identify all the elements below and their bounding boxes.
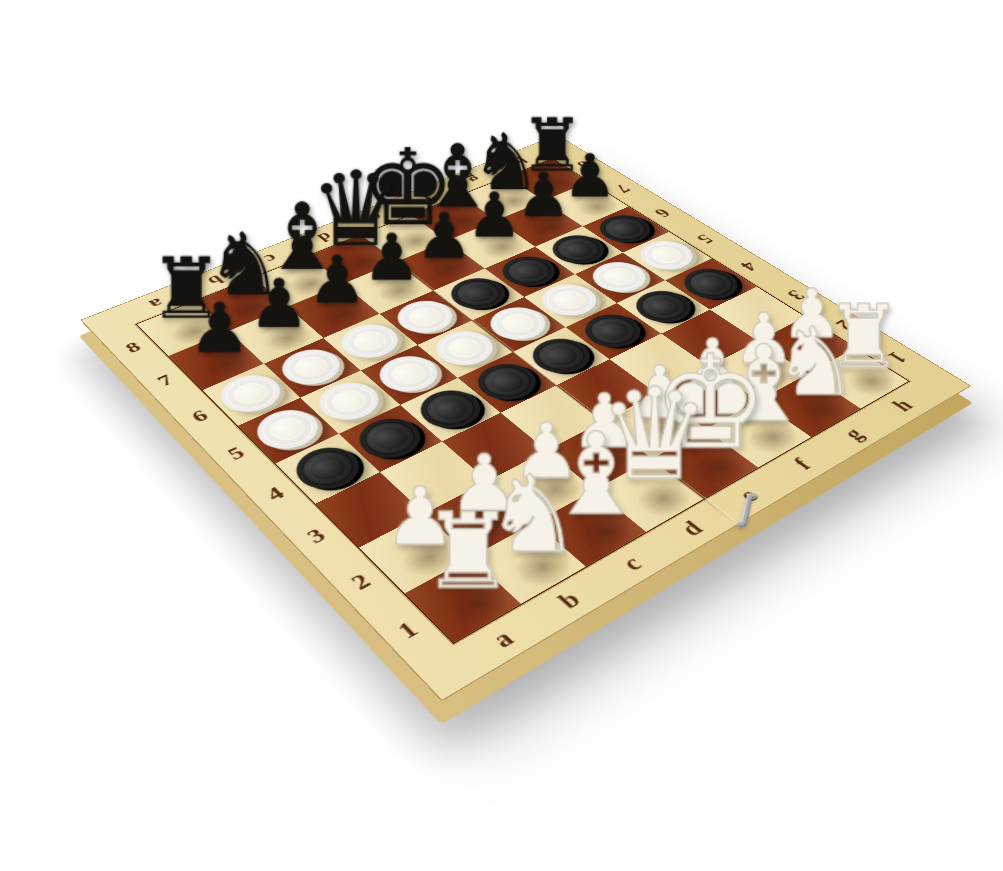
black-pawn-a7[interactable]: ♟ [164, 294, 275, 363]
board-tilt-wrapper: abcdefgh abcdefgh 87654321 87654321 ♜♞♝♛… [80, 135, 971, 702]
board-field: ♜♞♝♛♚♝♞♜♟♟♟♟♟♟♟♟♟♟♟♟♟♟♟♟♜♞♝♛♚♝♞♜ [135, 158, 910, 644]
black-checker-e4[interactable] [521, 332, 600, 380]
white-rook-a1[interactable]: ♜ [401, 499, 535, 603]
board-face: abcdefgh abcdefgh 87654321 87654321 ♜♞♝♛… [80, 135, 971, 702]
